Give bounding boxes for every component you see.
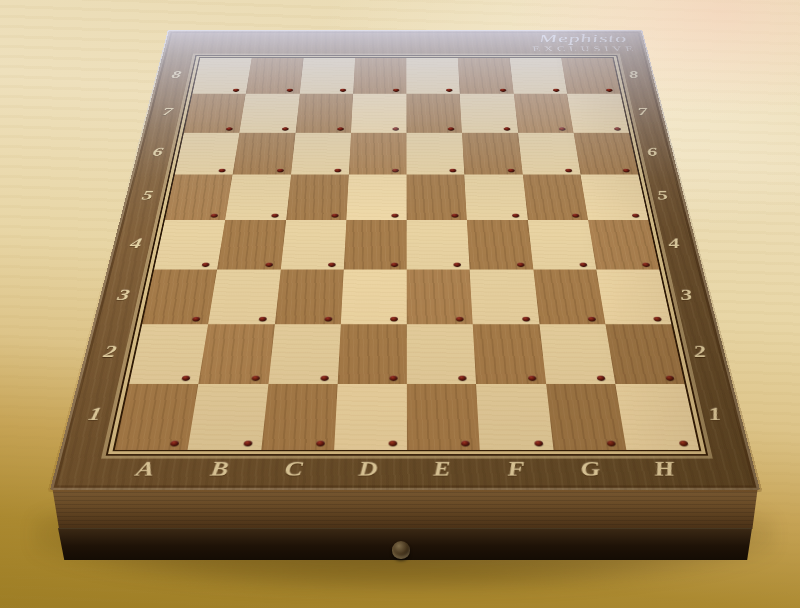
- square-e8[interactable]: [406, 58, 460, 94]
- square-f7[interactable]: [460, 94, 518, 133]
- sensor-led-dot: [391, 263, 399, 267]
- square-f2[interactable]: [473, 324, 546, 384]
- sensor-led-dot: [331, 214, 338, 218]
- square-f4[interactable]: [467, 220, 533, 270]
- sensor-led-dot: [522, 316, 530, 321]
- sensor-led-dot: [572, 214, 580, 218]
- square-e1[interactable]: [407, 384, 480, 450]
- square-d1[interactable]: [334, 384, 407, 450]
- square-h5[interactable]: [580, 174, 648, 220]
- square-a6[interactable]: [175, 132, 240, 174]
- sensor-led-dot: [276, 169, 283, 173]
- square-a2[interactable]: [129, 324, 208, 384]
- square-e3[interactable]: [407, 270, 473, 324]
- square-d3[interactable]: [341, 270, 407, 324]
- square-a8[interactable]: [192, 58, 251, 94]
- sensor-led-dot: [534, 441, 543, 447]
- square-g4[interactable]: [527, 220, 596, 270]
- sensor-led-dot: [558, 127, 565, 130]
- sensor-led-dot: [553, 89, 560, 92]
- sensor-led-dot: [448, 127, 455, 130]
- sensor-led-dot: [516, 263, 524, 267]
- brand-series: EXCLUSIVE: [525, 45, 646, 52]
- sensor-led-dot: [258, 316, 266, 321]
- sensor-led-dot: [632, 214, 640, 218]
- square-b2[interactable]: [199, 324, 275, 384]
- square-d8[interactable]: [353, 58, 406, 94]
- sensor-led-dot: [389, 441, 398, 447]
- sensor-led-dot: [507, 169, 514, 173]
- square-b4[interactable]: [217, 220, 286, 270]
- square-g1[interactable]: [546, 384, 626, 450]
- sensor-led-dot: [503, 127, 510, 130]
- square-g5[interactable]: [522, 174, 587, 220]
- sensor-led-dot: [320, 375, 329, 380]
- sensor-led-dot: [251, 375, 260, 380]
- playing-area: [113, 57, 702, 451]
- sensor-led-dot: [389, 375, 397, 380]
- sensor-led-dot: [265, 263, 273, 267]
- sensor-led-dot: [587, 316, 596, 321]
- sensor-led-dot: [606, 89, 613, 92]
- square-c3[interactable]: [274, 270, 343, 324]
- sensor-led-dot: [393, 89, 399, 92]
- file-label-b: B: [179, 448, 259, 490]
- square-a5[interactable]: [165, 174, 233, 220]
- square-f3[interactable]: [470, 270, 539, 324]
- file-label-g: G: [551, 448, 631, 490]
- square-g8[interactable]: [509, 58, 566, 94]
- sensor-led-dot: [392, 127, 399, 130]
- square-b1[interactable]: [188, 384, 268, 450]
- square-b8[interactable]: [246, 58, 303, 94]
- sensor-led-dot: [392, 169, 399, 173]
- sensor-led-dot: [450, 169, 457, 173]
- square-f1[interactable]: [476, 384, 553, 450]
- sensor-led-dot: [499, 89, 506, 92]
- square-c4[interactable]: [280, 220, 346, 270]
- square-g7[interactable]: [513, 94, 573, 133]
- file-label-d: D: [330, 448, 405, 490]
- sensor-led-dot: [202, 263, 210, 267]
- square-b3[interactable]: [208, 270, 280, 324]
- sensor-led-dot: [614, 127, 621, 130]
- square-b6[interactable]: [233, 132, 295, 174]
- sensor-led-dot: [219, 169, 227, 173]
- sensor-led-dot: [456, 316, 464, 321]
- file-label-e: E: [405, 448, 480, 490]
- square-c5[interactable]: [286, 174, 349, 220]
- square-b7[interactable]: [240, 94, 300, 133]
- sensor-led-dot: [211, 214, 219, 218]
- square-e7[interactable]: [406, 94, 462, 133]
- file-label-a: A: [104, 448, 186, 490]
- square-f6[interactable]: [462, 132, 522, 174]
- square-b5[interactable]: [225, 174, 290, 220]
- square-g3[interactable]: [533, 270, 605, 324]
- square-f5[interactable]: [464, 174, 527, 220]
- sensor-led-dot: [226, 127, 233, 130]
- file-label-c: C: [255, 448, 333, 490]
- square-e4[interactable]: [407, 220, 470, 270]
- sensor-led-dot: [337, 127, 344, 130]
- board-front-edge: [52, 486, 758, 529]
- sensor-led-dot: [390, 316, 398, 321]
- sensor-led-dot: [458, 375, 467, 380]
- sensor-led-dot: [281, 127, 288, 130]
- square-g6[interactable]: [518, 132, 581, 174]
- sensor-led-dot: [243, 441, 252, 447]
- sensor-led-dot: [192, 316, 201, 321]
- square-h3[interactable]: [596, 270, 671, 324]
- sensor-led-dot: [233, 89, 240, 92]
- square-h2[interactable]: [605, 324, 684, 384]
- square-c1[interactable]: [261, 384, 338, 450]
- square-d4[interactable]: [344, 220, 407, 270]
- sensor-led-dot: [271, 214, 279, 218]
- file-label-f: F: [478, 448, 556, 490]
- sensor-led-dot: [665, 375, 674, 380]
- sensor-led-dot: [446, 89, 453, 92]
- square-e5[interactable]: [407, 174, 467, 220]
- square-c2[interactable]: [268, 324, 341, 384]
- sensor-led-dot: [606, 441, 616, 447]
- file-labels-bottom: ABCDEFGH: [104, 448, 706, 490]
- square-d6[interactable]: [349, 132, 407, 174]
- square-d5[interactable]: [346, 174, 406, 220]
- square-h6[interactable]: [573, 132, 638, 174]
- brand-name: Mephisto: [523, 32, 644, 45]
- sensor-led-dot: [679, 441, 689, 447]
- sensor-led-dot: [454, 263, 462, 267]
- sensor-led-dot: [527, 375, 536, 380]
- sensor-led-dot: [182, 375, 191, 380]
- sensor-led-dot: [340, 89, 347, 92]
- square-f8[interactable]: [458, 58, 514, 94]
- sensor-led-dot: [316, 441, 325, 447]
- square-d7[interactable]: [351, 94, 407, 133]
- chess-board: Mephisto EXCLUSIVE 87654321 87654321 ABC…: [50, 31, 760, 490]
- square-c7[interactable]: [295, 94, 353, 133]
- sensor-led-dot: [653, 316, 662, 321]
- drawer-knob[interactable]: [392, 541, 410, 559]
- square-g2[interactable]: [539, 324, 615, 384]
- square-a1[interactable]: [115, 384, 199, 450]
- brand-plate: Mephisto EXCLUSIVE: [523, 32, 646, 53]
- file-label-h: H: [624, 448, 706, 490]
- square-h1[interactable]: [615, 384, 699, 450]
- square-a3[interactable]: [142, 270, 217, 324]
- sensor-led-dot: [286, 89, 293, 92]
- sensor-led-dot: [324, 316, 332, 321]
- sensor-led-dot: [596, 375, 605, 380]
- sensor-led-dot: [328, 263, 336, 267]
- sensor-led-dot: [512, 214, 520, 218]
- sensor-led-dot: [334, 169, 341, 173]
- sensor-led-dot: [565, 169, 572, 173]
- square-e2[interactable]: [407, 324, 477, 384]
- square-e6[interactable]: [406, 132, 464, 174]
- sensor-led-dot: [622, 169, 630, 173]
- square-h8[interactable]: [561, 58, 620, 94]
- sensor-led-dot: [461, 441, 470, 447]
- sensor-led-dot: [579, 263, 587, 267]
- square-c8[interactable]: [299, 58, 354, 94]
- square-c6[interactable]: [291, 132, 351, 174]
- square-h7[interactable]: [567, 94, 629, 133]
- sensor-led-dot: [642, 263, 650, 267]
- square-a7[interactable]: [184, 94, 246, 133]
- sensor-led-dot: [391, 214, 398, 218]
- square-a4[interactable]: [154, 220, 225, 270]
- sensor-led-dot: [170, 441, 180, 447]
- square-d2[interactable]: [337, 324, 406, 384]
- sensor-led-dot: [452, 214, 459, 218]
- square-h4[interactable]: [588, 220, 659, 270]
